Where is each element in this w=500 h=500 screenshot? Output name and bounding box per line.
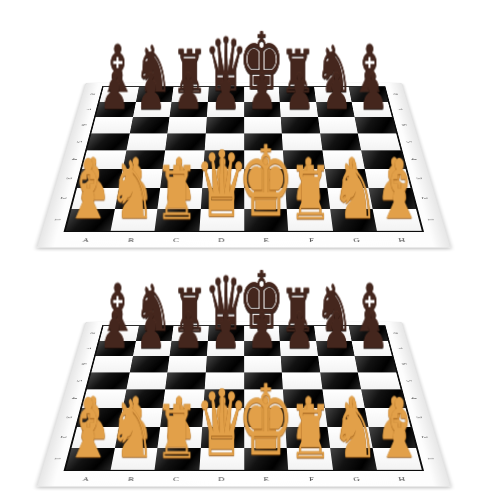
file-label-c: C bbox=[173, 237, 180, 243]
file-label-f: F bbox=[309, 476, 315, 482]
square-c2 bbox=[158, 427, 202, 448]
square-f1 bbox=[287, 209, 333, 231]
rank-label-4-left: 4 bbox=[70, 158, 78, 160]
square-b1 bbox=[110, 448, 157, 470]
rank-label-4-right: 4 bbox=[409, 158, 417, 160]
square-f2 bbox=[285, 427, 329, 448]
file-label-h: H bbox=[398, 476, 406, 482]
square-b4 bbox=[123, 389, 166, 407]
square-e6 bbox=[244, 117, 282, 133]
file-label-g: G bbox=[353, 237, 360, 243]
square-c2 bbox=[158, 188, 202, 209]
rank-label-8-right: 8 bbox=[392, 94, 399, 96]
file-label-c: C bbox=[173, 476, 180, 482]
square-b5 bbox=[126, 372, 167, 389]
square-h5 bbox=[358, 133, 401, 150]
square-e4 bbox=[244, 389, 284, 407]
square-g6 bbox=[318, 356, 358, 372]
square-f8 bbox=[279, 326, 316, 341]
rank-label-5-left: 5 bbox=[75, 141, 83, 143]
square-e7 bbox=[244, 341, 281, 356]
square-a8 bbox=[100, 87, 139, 102]
square-d8 bbox=[208, 87, 244, 102]
rank-label-3-left: 3 bbox=[64, 416, 73, 418]
chess-set-photo-1: ABCDEFGH1122334455667788♝♞♜♛♚♜♞♝♟♟♟♟♟♟♟♟… bbox=[0, 0, 500, 250]
square-c3 bbox=[160, 408, 203, 427]
rank-label-7-right: 7 bbox=[396, 108, 404, 110]
square-g2 bbox=[327, 427, 373, 448]
rank-label-4-right: 4 bbox=[409, 397, 417, 399]
square-b2 bbox=[115, 188, 161, 209]
square-b1 bbox=[110, 209, 157, 231]
rank-label-7-left: 7 bbox=[84, 347, 92, 349]
square-e2 bbox=[244, 188, 287, 209]
square-f7 bbox=[280, 102, 318, 117]
square-c7 bbox=[170, 341, 208, 356]
square-d2 bbox=[201, 188, 244, 209]
file-label-a: A bbox=[82, 237, 90, 243]
rank-label-2-left: 2 bbox=[59, 197, 68, 199]
square-d1 bbox=[199, 209, 243, 231]
square-c8 bbox=[172, 326, 209, 341]
rank-label-6-right: 6 bbox=[400, 363, 408, 365]
rank-label-2-right: 2 bbox=[420, 197, 429, 199]
square-g3 bbox=[325, 169, 369, 188]
square-f6 bbox=[281, 117, 320, 133]
rank-label-3-right: 3 bbox=[414, 416, 423, 418]
rank-label-5-right: 5 bbox=[404, 141, 412, 143]
square-g5 bbox=[320, 372, 361, 389]
square-h2 bbox=[369, 427, 416, 448]
square-g6 bbox=[318, 117, 358, 133]
square-f5 bbox=[282, 133, 322, 150]
square-f1 bbox=[287, 448, 333, 470]
square-a3 bbox=[77, 408, 123, 427]
rank-label-8-left: 8 bbox=[89, 94, 96, 96]
rank-label-1-right: 1 bbox=[426, 218, 435, 220]
square-a6 bbox=[91, 117, 132, 133]
rank-label-6-left: 6 bbox=[80, 363, 88, 365]
square-f3 bbox=[284, 169, 327, 188]
rank-label-7-right: 7 bbox=[396, 347, 404, 349]
square-a7 bbox=[96, 102, 136, 117]
square-b6 bbox=[129, 356, 169, 372]
square-e2 bbox=[244, 427, 287, 448]
square-d3 bbox=[202, 408, 244, 427]
square-d6 bbox=[206, 117, 244, 133]
square-f2 bbox=[285, 188, 329, 209]
square-g2 bbox=[327, 188, 373, 209]
square-h4 bbox=[361, 150, 405, 168]
square-c4 bbox=[163, 389, 205, 407]
square-g7 bbox=[316, 102, 355, 117]
square-a5 bbox=[87, 133, 130, 150]
rank-label-1-right: 1 bbox=[426, 457, 435, 459]
square-b8 bbox=[136, 326, 174, 341]
square-b6 bbox=[129, 117, 169, 133]
square-g1 bbox=[330, 209, 377, 231]
rank-label-5-right: 5 bbox=[404, 380, 412, 382]
square-f6 bbox=[281, 356, 320, 372]
square-c3 bbox=[160, 169, 203, 188]
square-d3 bbox=[202, 169, 244, 188]
square-a2 bbox=[72, 188, 119, 209]
square-h7 bbox=[352, 102, 392, 117]
square-a4 bbox=[82, 150, 126, 168]
square-e4 bbox=[244, 150, 284, 168]
square-e1 bbox=[244, 209, 288, 231]
square-f4 bbox=[283, 150, 325, 168]
square-f7 bbox=[280, 341, 318, 356]
rank-label-3-right: 3 bbox=[414, 177, 423, 179]
square-a8 bbox=[100, 326, 139, 341]
square-a2 bbox=[72, 427, 119, 448]
chess-set-photo-2: ABCDEFGH1122334455667788♝♞♜♛♚♜♞♝♟♟♟♟♟♟♟♟… bbox=[0, 250, 500, 500]
square-a7 bbox=[96, 341, 136, 356]
rank-label-6-right: 6 bbox=[400, 124, 408, 126]
square-d6 bbox=[206, 356, 244, 372]
square-b3 bbox=[119, 169, 163, 188]
rank-label-1-left: 1 bbox=[53, 457, 62, 459]
square-h2 bbox=[369, 188, 416, 209]
square-h4 bbox=[361, 389, 405, 407]
square-g8 bbox=[314, 326, 352, 341]
square-e3 bbox=[244, 169, 286, 188]
square-e3 bbox=[244, 408, 286, 427]
file-label-e: E bbox=[264, 237, 270, 243]
file-label-a: A bbox=[82, 476, 90, 482]
rank-label-8-right: 8 bbox=[392, 333, 399, 335]
square-e5 bbox=[244, 372, 283, 389]
square-e8 bbox=[244, 87, 280, 102]
square-b2 bbox=[115, 427, 161, 448]
rank-label-8-left: 8 bbox=[89, 333, 96, 335]
square-h6 bbox=[355, 356, 396, 372]
file-label-d: D bbox=[218, 237, 225, 243]
square-a4 bbox=[82, 389, 126, 407]
square-f8 bbox=[279, 87, 316, 102]
square-h8 bbox=[349, 87, 388, 102]
square-e5 bbox=[244, 133, 283, 150]
square-a1 bbox=[66, 448, 115, 470]
square-g8 bbox=[314, 87, 352, 102]
square-g5 bbox=[320, 133, 361, 150]
square-d5 bbox=[205, 133, 244, 150]
square-d7 bbox=[207, 102, 244, 117]
square-h3 bbox=[365, 169, 411, 188]
square-e6 bbox=[244, 356, 282, 372]
square-h3 bbox=[365, 408, 411, 427]
square-c8 bbox=[172, 87, 209, 102]
square-h1 bbox=[373, 209, 422, 231]
square-a1 bbox=[66, 209, 115, 231]
board-squares bbox=[66, 87, 422, 231]
square-f4 bbox=[283, 389, 325, 407]
rank-label-1-left: 1 bbox=[53, 218, 62, 220]
square-a3 bbox=[77, 169, 123, 188]
square-d2 bbox=[201, 427, 244, 448]
square-g3 bbox=[325, 408, 369, 427]
square-a6 bbox=[91, 356, 132, 372]
rank-label-3-left: 3 bbox=[64, 177, 73, 179]
square-c6 bbox=[168, 356, 207, 372]
square-c6 bbox=[168, 117, 207, 133]
square-g7 bbox=[316, 341, 355, 356]
square-h1 bbox=[373, 448, 422, 470]
square-c5 bbox=[165, 133, 205, 150]
square-e8 bbox=[244, 326, 280, 341]
file-label-b: B bbox=[127, 237, 134, 243]
square-h7 bbox=[352, 341, 392, 356]
square-d7 bbox=[207, 341, 244, 356]
rank-label-6-left: 6 bbox=[80, 124, 88, 126]
rank-label-2-left: 2 bbox=[59, 436, 68, 438]
file-label-h: H bbox=[398, 237, 406, 243]
square-e7 bbox=[244, 102, 281, 117]
square-b5 bbox=[126, 133, 167, 150]
file-label-b: B bbox=[127, 476, 134, 482]
square-c4 bbox=[163, 150, 205, 168]
square-f3 bbox=[284, 408, 327, 427]
square-h8 bbox=[349, 326, 388, 341]
square-f5 bbox=[282, 372, 322, 389]
square-d1 bbox=[199, 448, 243, 470]
file-label-f: F bbox=[309, 237, 315, 243]
product-photo: ABCDEFGH1122334455667788♝♞♜♛♚♜♞♝♟♟♟♟♟♟♟♟… bbox=[0, 0, 500, 500]
square-g4 bbox=[322, 150, 365, 168]
file-label-d: D bbox=[218, 476, 225, 482]
square-a5 bbox=[87, 372, 130, 389]
square-c7 bbox=[170, 102, 208, 117]
square-g1 bbox=[330, 448, 377, 470]
rank-label-7-left: 7 bbox=[84, 108, 92, 110]
square-e1 bbox=[244, 448, 288, 470]
square-c1 bbox=[155, 209, 201, 231]
square-d5 bbox=[205, 372, 244, 389]
file-label-g: G bbox=[353, 476, 360, 482]
square-b8 bbox=[136, 87, 174, 102]
square-h6 bbox=[355, 117, 396, 133]
square-b3 bbox=[119, 408, 163, 427]
square-c5 bbox=[165, 372, 205, 389]
square-b7 bbox=[133, 102, 172, 117]
board-squares bbox=[66, 326, 422, 470]
square-d4 bbox=[203, 150, 243, 168]
rank-label-2-right: 2 bbox=[420, 436, 429, 438]
square-b4 bbox=[123, 150, 166, 168]
square-h5 bbox=[358, 372, 401, 389]
file-label-e: E bbox=[264, 476, 270, 482]
square-b7 bbox=[133, 341, 172, 356]
square-c1 bbox=[155, 448, 201, 470]
rank-label-4-left: 4 bbox=[70, 397, 78, 399]
square-d8 bbox=[208, 326, 244, 341]
chessboard-2: ABCDEFGH1122334455667788♝♞♜♛♚♜♞♝♟♟♟♟♟♟♟♟… bbox=[36, 322, 451, 487]
square-g4 bbox=[322, 389, 365, 407]
chessboard-1: ABCDEFGH1122334455667788♝♞♜♛♚♜♞♝♟♟♟♟♟♟♟♟… bbox=[36, 83, 451, 248]
square-d4 bbox=[203, 389, 243, 407]
rank-label-5-left: 5 bbox=[75, 380, 83, 382]
